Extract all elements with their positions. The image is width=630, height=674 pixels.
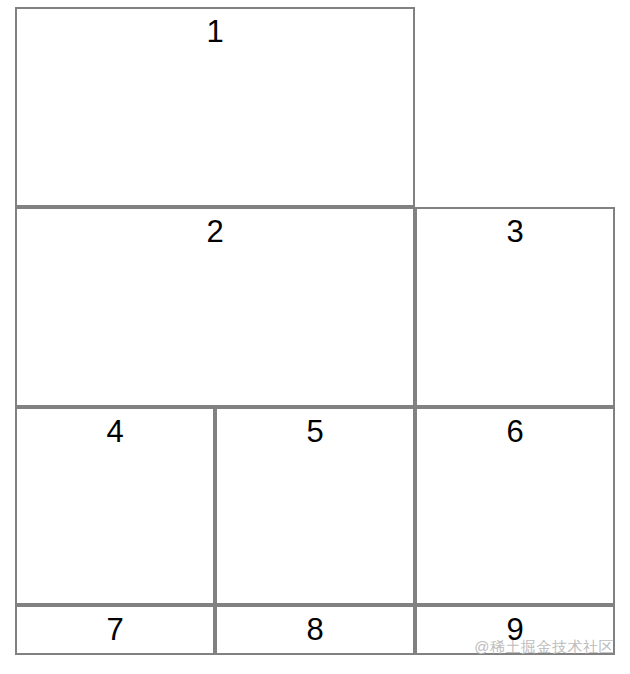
grid-cell-5: 5 (215, 407, 415, 605)
grid-cell-6: 6 (415, 407, 615, 605)
grid-cell-1: 1 (15, 7, 415, 207)
grid-cell-8: 8 (215, 605, 415, 655)
page: 1 2 3 4 5 6 7 8 9 @稀土掘金技术社区 (0, 0, 630, 674)
grid-board: 1 2 3 4 5 6 7 8 9 (15, 7, 615, 655)
grid-cell-3: 3 (415, 207, 615, 407)
grid-cell-4: 4 (15, 407, 215, 605)
grid-cell-7: 7 (15, 605, 215, 655)
watermark: @稀土掘金技术社区 (474, 638, 614, 657)
grid-cell-2: 2 (15, 207, 415, 407)
